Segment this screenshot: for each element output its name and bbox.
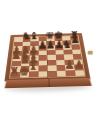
chess-piece-white-k-b1: ♚: [19, 66, 30, 77]
board-square-g6: ♞: [63, 45, 72, 50]
brass-latch-icon: [88, 51, 93, 54]
chess-piece-white-p-h2: ♟: [73, 59, 84, 70]
board-square-c2: ♝: [29, 66, 38, 72]
board-square-e1: [47, 71, 56, 77]
photo-tilt-wrapper: ♞♝♛♚♜♟♟♟♟♞♟♟♟♟♞♝♟♟♝♟♟♜♚: [0, 0, 95, 126]
chess-board: ♞♝♛♚♜♟♟♟♟♞♟♟♟♟♞♝♟♟♝♟♟♜♚: [4, 33, 90, 81]
chess-piece-black-n-g6: ♞: [62, 40, 72, 50]
board-square-h2: ♟: [74, 64, 84, 70]
board-square-g1: [65, 70, 75, 76]
board-square-b1: ♚: [20, 72, 30, 78]
board-square-d1: [38, 71, 47, 77]
board-square-h1: [74, 70, 84, 76]
board-square-c1: [29, 71, 38, 77]
product-photo: ♞♝♛♚♜♟♟♟♟♞♟♟♟♟♞♝♟♟♝♟♟♜♚: [0, 0, 95, 126]
